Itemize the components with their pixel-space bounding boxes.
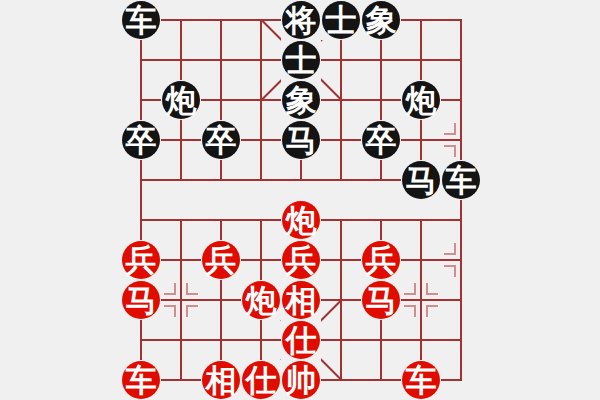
piece-black-elephant[interactable]: 象 xyxy=(281,80,321,120)
piece-glyph: 车 xyxy=(122,361,160,399)
piece-black-general[interactable]: 将 xyxy=(281,0,321,40)
piece-glyph: 兵 xyxy=(362,241,400,279)
piece-red-elephant[interactable]: 相 xyxy=(201,360,241,400)
point-marker-bracket xyxy=(404,305,416,317)
piece-black-horse[interactable]: 马 xyxy=(401,160,441,200)
piece-red-soldier[interactable]: 兵 xyxy=(121,240,161,280)
piece-glyph: 车 xyxy=(442,161,480,199)
point-marker-bracket xyxy=(444,145,456,157)
piece-red-cannon[interactable]: 炮 xyxy=(241,280,281,320)
piece-red-advisor[interactable]: 仕 xyxy=(281,320,321,360)
piece-glyph: 马 xyxy=(402,161,440,199)
piece-black-chariot[interactable]: 车 xyxy=(121,0,161,40)
point-marker-bracket xyxy=(186,305,198,317)
piece-black-soldier[interactable]: 卒 xyxy=(121,120,161,160)
piece-black-soldier[interactable]: 卒 xyxy=(201,120,241,160)
point-marker-bracket xyxy=(444,243,456,255)
piece-glyph: 仕 xyxy=(242,361,280,399)
piece-red-elephant[interactable]: 相 xyxy=(281,280,321,320)
xiangqi-board: 车将士象士炮象炮卒卒马卒马车炮兵兵兵兵马炮相马仕车相仕帅车 xyxy=(0,0,600,400)
piece-red-soldier[interactable]: 兵 xyxy=(281,240,321,280)
point-marker-bracket xyxy=(426,305,438,317)
piece-red-horse[interactable]: 马 xyxy=(121,280,161,320)
point-marker-bracket xyxy=(164,283,176,295)
piece-red-soldier[interactable]: 兵 xyxy=(361,240,401,280)
piece-glyph: 兵 xyxy=(122,241,160,279)
piece-glyph: 车 xyxy=(122,1,160,39)
point-marker-bracket xyxy=(186,283,198,295)
piece-black-soldier[interactable]: 卒 xyxy=(361,120,401,160)
piece-red-chariot[interactable]: 车 xyxy=(121,360,161,400)
piece-glyph: 兵 xyxy=(282,241,320,279)
point-marker xyxy=(444,243,478,277)
piece-glyph: 卒 xyxy=(362,121,400,159)
piece-glyph: 炮 xyxy=(282,201,320,239)
piece-glyph: 士 xyxy=(282,41,320,79)
point-marker-bracket xyxy=(426,283,438,295)
piece-red-cannon[interactable]: 炮 xyxy=(281,200,321,240)
piece-glyph: 马 xyxy=(122,281,160,319)
piece-red-advisor[interactable]: 仕 xyxy=(241,360,281,400)
piece-red-general[interactable]: 帅 xyxy=(281,360,321,400)
piece-black-cannon[interactable]: 炮 xyxy=(161,80,201,120)
piece-glyph: 相 xyxy=(282,281,320,319)
piece-black-chariot[interactable]: 车 xyxy=(441,160,481,200)
piece-glyph: 卒 xyxy=(202,121,240,159)
point-marker-bracket xyxy=(444,123,456,135)
point-marker xyxy=(164,283,198,317)
piece-glyph: 车 xyxy=(402,361,440,399)
piece-black-elephant[interactable]: 象 xyxy=(361,0,401,40)
piece-black-horse[interactable]: 马 xyxy=(281,120,321,160)
screen: 车将士象士炮象炮卒卒马卒马车炮兵兵兵兵马炮相马仕车相仕帅车 xyxy=(0,0,600,400)
piece-black-advisor[interactable]: 士 xyxy=(321,0,361,40)
point-marker-bracket xyxy=(404,283,416,295)
piece-black-cannon[interactable]: 炮 xyxy=(401,80,441,120)
piece-glyph: 马 xyxy=(282,121,320,159)
piece-glyph: 炮 xyxy=(242,281,280,319)
grid-line-v xyxy=(460,19,462,381)
grid-line-v xyxy=(140,19,142,381)
piece-red-soldier[interactable]: 兵 xyxy=(201,240,241,280)
point-marker xyxy=(444,123,478,157)
piece-glyph: 马 xyxy=(362,281,400,319)
piece-glyph: 相 xyxy=(202,361,240,399)
piece-glyph: 士 xyxy=(322,1,360,39)
piece-glyph: 兵 xyxy=(202,241,240,279)
piece-glyph: 仕 xyxy=(282,321,320,359)
piece-black-advisor[interactable]: 士 xyxy=(281,40,321,80)
piece-red-horse[interactable]: 马 xyxy=(361,280,401,320)
piece-glyph: 将 xyxy=(282,1,320,39)
piece-glyph: 卒 xyxy=(122,121,160,159)
piece-red-chariot[interactable]: 车 xyxy=(401,360,441,400)
piece-glyph: 帅 xyxy=(282,361,320,399)
point-marker-bracket xyxy=(444,265,456,277)
piece-glyph: 炮 xyxy=(162,81,200,119)
piece-glyph: 象 xyxy=(362,1,400,39)
point-marker-bracket xyxy=(164,305,176,317)
piece-glyph: 炮 xyxy=(402,81,440,119)
piece-glyph: 象 xyxy=(282,81,320,119)
point-marker xyxy=(404,283,438,317)
